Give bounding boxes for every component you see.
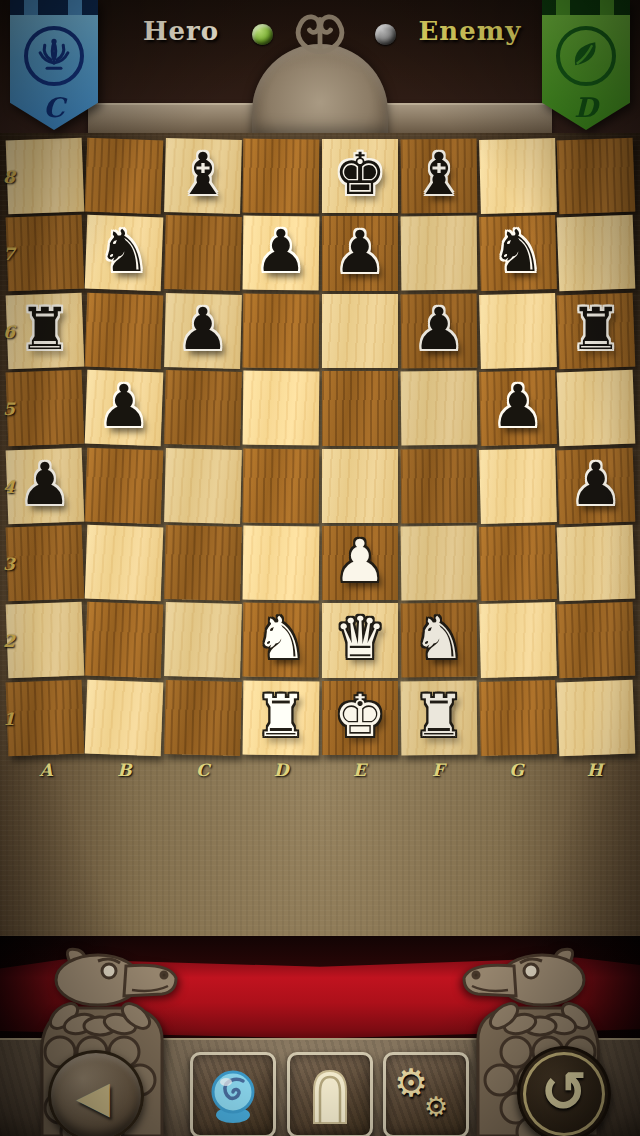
piece-black-bishop[interactable]: ♝ [413,145,465,203]
piece-white-pawn[interactable]: ♟ [334,532,386,590]
piece-black-pawn[interactable]: ♟ [176,300,228,358]
square-h1[interactable] [557,679,635,756]
back-triangle-icon: ◀ [76,1071,110,1122]
piece-black-pawn[interactable]: ♟ [19,455,71,513]
rank-label-1: 1 [1,709,17,729]
file-label-c: C [193,760,213,780]
enemy-turn-indicator [375,24,396,45]
rank-label-2: 2 [1,631,17,651]
square-c8[interactable]: ♝ [164,138,242,214]
piece-white-knight[interactable]: ♞ [255,609,307,667]
gear-small-icon: ⚙ [424,1091,448,1122]
file-label-a: A [36,760,56,780]
file-label-f: F [428,760,448,780]
square-e4[interactable] [322,449,398,523]
piece-white-king[interactable]: ♚ [334,687,386,745]
crystal-ball-icon [206,1066,260,1124]
hero-banner: C [10,0,98,130]
square-e8[interactable]: ♚ [322,139,398,213]
square-c7[interactable] [164,215,242,291]
leaf-crest-icon [556,26,616,86]
square-b2[interactable] [84,602,162,679]
square-d4[interactable] [243,448,320,523]
gear-large-icon: ⚙ [394,1061,428,1105]
square-c2[interactable] [164,602,242,678]
square-g2[interactable] [479,602,557,678]
hero-banner-letter: C [10,92,98,123]
piece-white-rook[interactable]: ♜ [255,687,307,745]
hero-player-label: Hero [128,16,234,46]
piece-white-knight[interactable]: ♞ [413,609,465,667]
square-a7[interactable] [6,215,84,292]
square-h6[interactable]: ♜ [557,292,635,369]
piece-black-bishop[interactable]: ♝ [176,145,228,203]
piece-black-pawn[interactable]: ♟ [255,223,307,281]
square-e7[interactable]: ♟ [322,216,398,290]
file-label-h: H [585,760,605,780]
square-b4[interactable] [84,447,162,524]
rank-label-6: 6 [1,322,17,342]
piece-black-knight[interactable]: ♞ [491,223,543,281]
piece-white-queen[interactable]: ♛ [334,609,386,667]
square-h2[interactable] [557,602,635,679]
piece-black-pawn[interactable]: ♟ [334,223,386,281]
square-e5[interactable] [322,371,398,445]
square-f6[interactable]: ♟ [400,293,477,368]
square-b1[interactable] [84,679,162,756]
piece-black-pawn[interactable]: ♟ [98,377,150,435]
square-b3[interactable] [84,525,162,602]
square-h8[interactable] [557,138,635,215]
square-d1[interactable]: ♜ [243,680,320,755]
door-icon [306,1065,354,1125]
phoenix-crest-icon [24,26,84,86]
undo-button[interactable]: ↺ [517,1046,611,1136]
board-area: ♝♚♝♞♟♟♞♜♟♟♜♟♟♟♟♟♞♛♞♜♚♜ 87654321ABCDEFGH [0,136,640,786]
square-b5[interactable]: ♟ [84,370,162,447]
square-h4[interactable]: ♟ [557,447,635,524]
square-a8[interactable] [6,138,84,215]
square-g8[interactable] [479,138,557,214]
square-d8[interactable] [243,139,320,214]
stone-arch [252,44,388,138]
square-g7[interactable]: ♞ [479,215,557,291]
square-b8[interactable] [84,138,162,215]
square-c5[interactable] [164,370,242,446]
rank-label-5: 5 [1,399,17,419]
square-f4[interactable] [400,448,477,523]
rank-label-3: 3 [1,554,17,574]
square-g3[interactable] [479,525,557,601]
square-a5[interactable] [6,370,84,447]
enemy-player-label: Enemy [412,16,528,46]
hero-turn-indicator [252,24,273,45]
file-label-d: D [271,760,291,780]
square-e6[interactable] [322,294,398,368]
hero-banner-crenellation [10,0,98,15]
square-c3[interactable] [164,525,242,601]
file-label-b: B [114,760,134,780]
enemy-banner: D [542,0,630,130]
square-g4[interactable] [479,448,557,524]
square-h7[interactable] [557,215,635,292]
square-b6[interactable] [84,292,162,369]
square-c4[interactable] [164,448,242,524]
square-h5[interactable] [557,370,635,447]
square-f2[interactable]: ♞ [400,603,477,678]
square-f3[interactable] [400,525,477,600]
square-f7[interactable] [400,216,477,291]
back-button[interactable]: ◀ [48,1050,144,1136]
square-g6[interactable] [479,293,557,369]
file-label-e: E [350,760,370,780]
square-a2[interactable] [6,602,84,679]
square-d5[interactable] [243,371,320,446]
undo-arrow-icon: ↺ [541,1059,588,1124]
piece-black-king[interactable]: ♚ [334,145,386,203]
piece-black-rook[interactable]: ♜ [19,300,71,358]
square-c6[interactable]: ♟ [164,293,242,369]
square-h3[interactable] [557,525,635,602]
square-g5[interactable]: ♟ [479,370,557,446]
piece-black-pawn[interactable]: ♟ [570,455,622,513]
square-d2[interactable]: ♞ [243,603,320,678]
piece-white-rook[interactable]: ♜ [413,687,465,745]
settings-button[interactable]: ⚙ ⚙ [383,1052,469,1136]
square-c1[interactable] [164,680,242,756]
square-a6[interactable]: ♜ [6,292,84,369]
square-f5[interactable] [400,371,477,446]
enemy-banner-letter: D [542,92,630,123]
square-d6[interactable] [243,293,320,368]
chess-app-screen: Hero Enemy C [0,0,640,1136]
piece-black-pawn[interactable]: ♟ [413,300,465,358]
chess-board: ♝♚♝♞♟♟♞♜♟♟♜♟♟♟♟♟♞♛♞♜♚♜ [7,139,634,755]
piece-black-knight[interactable]: ♞ [98,223,150,281]
square-d3[interactable] [243,525,320,600]
rank-label-4: 4 [1,477,17,497]
square-d7[interactable]: ♟ [243,216,320,291]
square-b7[interactable]: ♞ [84,215,162,292]
square-f8[interactable]: ♝ [400,139,477,214]
rank-label-8: 8 [1,167,17,187]
square-f1[interactable]: ♜ [400,680,477,755]
enemy-banner-crenellation [542,0,630,15]
square-e1[interactable]: ♚ [322,681,398,755]
hint-button[interactable] [190,1052,276,1136]
piece-black-pawn[interactable]: ♟ [491,377,543,435]
exit-door-button[interactable] [287,1052,373,1136]
square-a1[interactable] [6,679,84,756]
square-g1[interactable] [479,680,557,756]
square-e2[interactable]: ♛ [322,603,398,677]
file-label-g: G [506,760,526,780]
piece-black-rook[interactable]: ♜ [570,300,622,358]
square-a3[interactable] [6,525,84,602]
square-a4[interactable]: ♟ [6,447,84,524]
square-e3[interactable]: ♟ [322,526,398,600]
rank-label-7: 7 [1,244,17,264]
scroll-ornament-icon [284,8,356,54]
